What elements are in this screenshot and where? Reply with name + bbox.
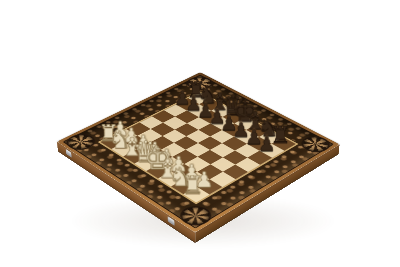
product-photo-stage: ♜♞♝♛♚♝♞♜♟♟♟♟♟♟♟♟♟♟♟♟♟♟♟♟♜♞♝♛♚♝♞♜ xyxy=(0,0,400,267)
chess-board-3d: ♜♞♝♛♚♝♞♜♟♟♟♟♟♟♟♟♟♟♟♟♟♟♟♟♜♞♝♛♚♝♞♜ xyxy=(98,43,298,243)
board-box: ♜♞♝♛♚♝♞♜♟♟♟♟♟♟♟♟♟♟♟♟♟♟♟♟♜♞♝♛♚♝♞♜ xyxy=(57,72,340,232)
board-top-rim: ♜♞♝♛♚♝♞♜♟♟♟♟♟♟♟♟♟♟♟♟♟♟♟♟♜♞♝♛♚♝♞♜ xyxy=(57,72,340,232)
carved-frame: ♜♞♝♛♚♝♞♜♟♟♟♟♟♟♟♟♟♟♟♟♟♟♟♟♜♞♝♛♚♝♞♜ xyxy=(63,75,334,229)
metal-clasp xyxy=(168,216,175,226)
metal-clasp xyxy=(66,149,72,158)
piece-white-rook: ♜ xyxy=(181,173,200,198)
piece-black-pawn: ♟ xyxy=(258,133,276,153)
